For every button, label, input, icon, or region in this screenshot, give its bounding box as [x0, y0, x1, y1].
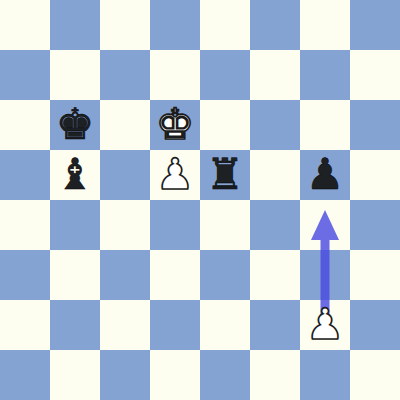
square-d8[interactable]: [150, 0, 200, 50]
square-b7[interactable]: [50, 50, 100, 100]
square-g4[interactable]: [300, 200, 350, 250]
square-e2[interactable]: [200, 300, 250, 350]
square-b3[interactable]: [50, 250, 100, 300]
square-h8[interactable]: [350, 0, 400, 50]
square-f6[interactable]: [250, 100, 300, 150]
square-b4[interactable]: [50, 200, 100, 250]
square-f4[interactable]: [250, 200, 300, 250]
square-c3[interactable]: [100, 250, 150, 300]
square-c2[interactable]: [100, 300, 150, 350]
square-g6[interactable]: [300, 100, 350, 150]
square-g1[interactable]: [300, 350, 350, 400]
square-c7[interactable]: [100, 50, 150, 100]
square-h6[interactable]: [350, 100, 400, 150]
square-a6[interactable]: [0, 100, 50, 150]
square-e3[interactable]: [200, 250, 250, 300]
piece-black-rook-e5[interactable]: ♜: [200, 150, 250, 200]
square-b2[interactable]: [50, 300, 100, 350]
square-h3[interactable]: [350, 250, 400, 300]
square-e1[interactable]: [200, 350, 250, 400]
square-b8[interactable]: [50, 0, 100, 50]
square-h5[interactable]: [350, 150, 400, 200]
piece-black-pawn-g5[interactable]: ♟: [300, 150, 350, 200]
square-d7[interactable]: [150, 50, 200, 100]
square-c8[interactable]: [100, 0, 150, 50]
piece-white-pawn-d5[interactable]: ♟: [150, 150, 200, 200]
square-f7[interactable]: [250, 50, 300, 100]
square-g8[interactable]: [300, 0, 350, 50]
square-a5[interactable]: [0, 150, 50, 200]
square-a2[interactable]: [0, 300, 50, 350]
square-e7[interactable]: [200, 50, 250, 100]
square-c5[interactable]: [100, 150, 150, 200]
square-f2[interactable]: [250, 300, 300, 350]
square-e8[interactable]: [200, 0, 250, 50]
square-d4[interactable]: [150, 200, 200, 250]
square-h1[interactable]: [350, 350, 400, 400]
square-f3[interactable]: [250, 250, 300, 300]
square-e4[interactable]: [200, 200, 250, 250]
square-f8[interactable]: [250, 0, 300, 50]
piece-black-bishop-b5[interactable]: ♝: [50, 150, 100, 200]
piece-white-pawn-g2[interactable]: ♟: [300, 300, 350, 350]
square-e6[interactable]: [200, 100, 250, 150]
piece-white-king-d6[interactable]: ♚: [150, 100, 200, 150]
square-a3[interactable]: [0, 250, 50, 300]
square-f5[interactable]: [250, 150, 300, 200]
square-a8[interactable]: [0, 0, 50, 50]
square-c1[interactable]: [100, 350, 150, 400]
square-f1[interactable]: [250, 350, 300, 400]
square-h7[interactable]: [350, 50, 400, 100]
square-d2[interactable]: [150, 300, 200, 350]
square-a1[interactable]: [0, 350, 50, 400]
square-d3[interactable]: [150, 250, 200, 300]
square-g7[interactable]: [300, 50, 350, 100]
square-a7[interactable]: [0, 50, 50, 100]
square-a4[interactable]: [0, 200, 50, 250]
square-d1[interactable]: [150, 350, 200, 400]
square-c4[interactable]: [100, 200, 150, 250]
piece-black-king-b6[interactable]: ♚: [50, 100, 100, 150]
square-h2[interactable]: [350, 300, 400, 350]
square-c6[interactable]: [100, 100, 150, 150]
chess-board: ♚♚♝♟♜♟♟: [0, 0, 400, 400]
square-h4[interactable]: [350, 200, 400, 250]
square-b1[interactable]: [50, 350, 100, 400]
square-g3[interactable]: [300, 250, 350, 300]
